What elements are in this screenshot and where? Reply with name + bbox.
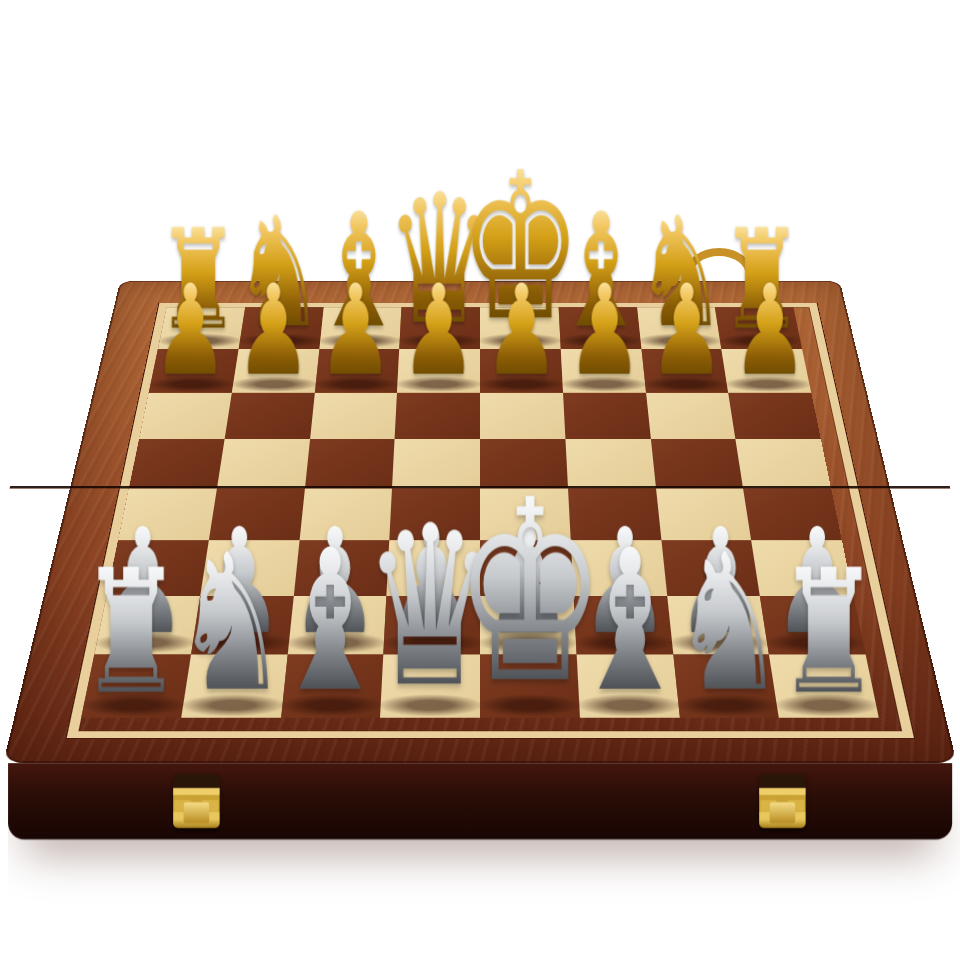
square-h1[interactable]: ♜	[769, 655, 879, 718]
square-a7[interactable]: ♟	[149, 349, 239, 393]
square-d6[interactable]	[395, 393, 480, 439]
piece-gold-pawn[interactable]: ♟	[649, 267, 725, 392]
maple-inlay-border: ♜♞♝♛♚♝♞♜♟♟♟♟♟♟♟♟♟♟♟♟♟♟♟♟♜♞♝♛♚♝♞♜	[67, 303, 914, 738]
piece-silver-rook[interactable]: ♜	[777, 546, 881, 717]
square-f1[interactable]: ♝	[576, 655, 679, 718]
square-h7[interactable]: ♟	[722, 349, 812, 393]
square-h5[interactable]	[736, 439, 831, 488]
square-e1[interactable]: ♚	[480, 655, 580, 718]
square-b6[interactable]	[224, 393, 314, 439]
square-f6[interactable]	[563, 393, 651, 439]
square-a5[interactable]	[129, 439, 224, 488]
piece-gold-pawn[interactable]: ♟	[483, 267, 559, 392]
piece-gold-pawn[interactable]: ♟	[566, 267, 642, 392]
box-front-edge	[8, 763, 952, 840]
perspective-scene: ♜♞♝♛♚♝♞♜♟♟♟♟♟♟♟♟♟♟♟♟♟♟♟♟♜♞♝♛♚♝♞♜	[0, 0, 960, 960]
square-b5[interactable]	[217, 439, 310, 488]
square-f7[interactable]: ♟	[561, 349, 646, 393]
piece-gold-pawn[interactable]: ♟	[318, 267, 394, 392]
chess-board: ♜♞♝♛♚♝♞♜♟♟♟♟♟♟♟♟♟♟♟♟♟♟♟♟♜♞♝♛♚♝♞♜	[3, 281, 956, 763]
board-grid: ♜♞♝♛♚♝♞♜♟♟♟♟♟♟♟♟♟♟♟♟♟♟♟♟♜♞♝♛♚♝♞♜	[81, 307, 879, 717]
piece-gold-pawn[interactable]: ♟	[152, 267, 228, 392]
brass-clasp-left	[173, 774, 220, 827]
piece-gold-pawn[interactable]: ♟	[732, 267, 808, 392]
square-c7[interactable]: ♟	[314, 349, 399, 393]
square-a6[interactable]	[139, 393, 231, 439]
brass-clasp-right	[759, 774, 806, 827]
piece-gold-pawn[interactable]: ♟	[401, 267, 477, 392]
square-g7[interactable]: ♟	[641, 349, 728, 393]
piece-silver-knight[interactable]: ♞	[672, 529, 787, 718]
piece-silver-rook[interactable]: ♜	[79, 546, 183, 717]
square-c6[interactable]	[310, 393, 398, 439]
square-e6[interactable]	[480, 393, 565, 439]
square-e7[interactable]: ♟	[480, 349, 563, 393]
square-b7[interactable]: ♟	[232, 349, 319, 393]
piece-gold-pawn[interactable]: ♟	[235, 267, 311, 392]
square-g6[interactable]	[646, 393, 736, 439]
product-photo: ♜♞♝♛♚♝♞♜♟♟♟♟♟♟♟♟♟♟♟♟♟♟♟♟♜♞♝♛♚♝♞♜	[0, 0, 960, 960]
square-h6[interactable]	[728, 393, 820, 439]
square-d7[interactable]: ♟	[397, 349, 480, 393]
square-g5[interactable]	[650, 439, 743, 488]
square-g1[interactable]: ♞	[673, 655, 779, 718]
